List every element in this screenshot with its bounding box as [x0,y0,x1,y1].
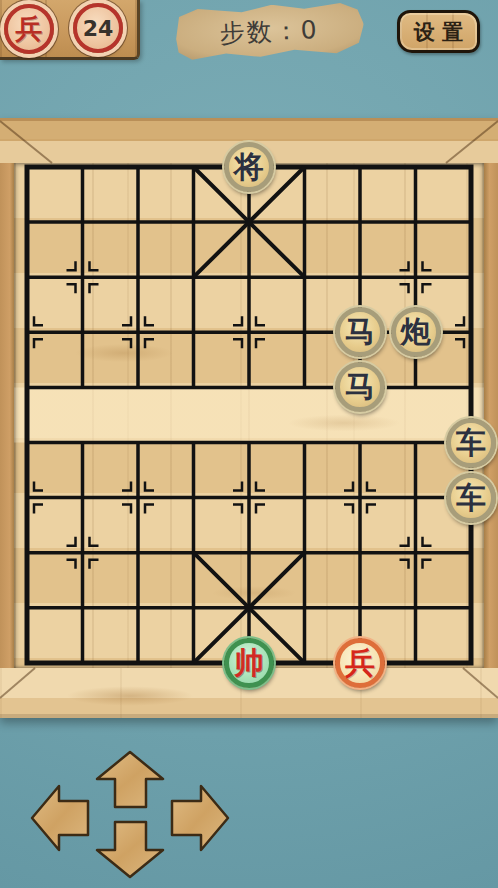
piece-general-black[interactable]: 将 [224,142,274,192]
settings-label: 设置 [414,18,470,46]
level-plaque: 兵 24 [0,0,140,60]
piece-chariot-black[interactable]: 车 [446,418,496,468]
board-frame-left [0,163,14,668]
piece-cannon-black[interactable]: 炮 [391,307,441,357]
level-number: 24 [83,16,114,41]
level-piece-disc: 兵 [4,4,54,54]
steps-counter: 步数：0 [173,1,365,61]
piece-horse-black[interactable]: 马 [335,307,385,357]
piece-soldier-red[interactable]: 兵 [335,638,385,688]
board-grid[interactable]: 将马炮马车车帅兵 [14,163,484,668]
game-screen: { "game": "xiangqi", "hud": { "level_ico… [0,0,498,888]
board-frame-right [484,163,498,668]
level-piece-glyph: 兵 [16,11,43,47]
arrow-left-button[interactable] [32,786,88,850]
grid-lines [14,163,484,668]
settings-button[interactable]: 设置 [397,10,480,53]
xiangqi-board: 将马炮马车车帅兵 [0,118,498,718]
arrow-right-button[interactable] [172,786,228,850]
level-number-disc: 24 [73,3,123,53]
piece-chariot-black[interactable]: 车 [446,473,496,523]
piece-general-red[interactable]: 帅 [224,638,274,688]
arrow-down-button[interactable] [97,822,163,877]
direction-pad [20,740,240,888]
steps-text: 步数：0 [219,12,319,49]
arrow-up-button[interactable] [97,752,163,807]
